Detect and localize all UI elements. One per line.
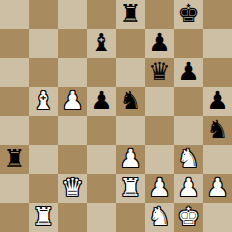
square-a7[interactable] [0,29,29,58]
piece-black-knight[interactable]: ♞ [119,87,141,115]
square-a3[interactable]: ♜ [0,145,29,174]
square-h4[interactable]: ♞ [203,116,232,145]
square-g6[interactable]: ♟ [174,58,203,87]
piece-white-pawn[interactable]: ♟ [119,145,141,173]
square-c1[interactable] [58,203,87,232]
square-b1[interactable]: ♜ [29,203,58,232]
square-c6[interactable] [58,58,87,87]
square-d2[interactable] [87,174,116,203]
piece-black-pawn[interactable]: ♟ [90,87,112,115]
square-b3[interactable] [29,145,58,174]
piece-black-pawn[interactable]: ♟ [177,58,199,86]
piece-black-pawn[interactable]: ♟ [206,87,228,115]
piece-black-king[interactable]: ♚ [177,0,199,28]
square-h7[interactable] [203,29,232,58]
square-d6[interactable] [87,58,116,87]
square-c4[interactable] [58,116,87,145]
square-c2[interactable]: ♛ [58,174,87,203]
square-a8[interactable] [0,0,29,29]
square-b5[interactable]: ♝ [29,87,58,116]
square-g3[interactable]: ♞ [174,145,203,174]
square-b6[interactable] [29,58,58,87]
square-a5[interactable] [0,87,29,116]
square-d5[interactable]: ♟ [87,87,116,116]
square-e1[interactable] [116,203,145,232]
piece-black-rook[interactable]: ♜ [3,145,25,173]
square-f4[interactable] [145,116,174,145]
square-e8[interactable]: ♜ [116,0,145,29]
square-d8[interactable] [87,0,116,29]
square-e7[interactable] [116,29,145,58]
square-e4[interactable] [116,116,145,145]
piece-white-knight[interactable]: ♞ [177,145,199,173]
piece-white-rook[interactable]: ♜ [32,203,54,231]
square-g8[interactable]: ♚ [174,0,203,29]
square-d3[interactable] [87,145,116,174]
square-c8[interactable] [58,0,87,29]
square-e2[interactable]: ♜ [116,174,145,203]
square-g7[interactable] [174,29,203,58]
square-c5[interactable]: ♟ [58,87,87,116]
piece-black-knight[interactable]: ♞ [206,116,228,144]
square-h3[interactable] [203,145,232,174]
square-b7[interactable] [29,29,58,58]
square-c7[interactable] [58,29,87,58]
square-a4[interactable] [0,116,29,145]
piece-white-rook[interactable]: ♜ [119,174,141,202]
square-g4[interactable] [174,116,203,145]
square-a1[interactable] [0,203,29,232]
square-f3[interactable] [145,145,174,174]
square-f8[interactable] [145,0,174,29]
square-f6[interactable]: ♛ [145,58,174,87]
square-e6[interactable] [116,58,145,87]
square-h2[interactable]: ♟ [203,174,232,203]
piece-white-pawn[interactable]: ♟ [61,87,83,115]
piece-white-pawn[interactable]: ♟ [177,174,199,202]
square-e3[interactable]: ♟ [116,145,145,174]
square-b4[interactable] [29,116,58,145]
square-f1[interactable]: ♞ [145,203,174,232]
piece-white-bishop[interactable]: ♝ [32,87,54,115]
square-a6[interactable] [0,58,29,87]
piece-black-queen[interactable]: ♛ [148,58,170,86]
piece-white-pawn[interactable]: ♟ [206,174,228,202]
square-c3[interactable] [58,145,87,174]
square-g2[interactable]: ♟ [174,174,203,203]
square-h5[interactable]: ♟ [203,87,232,116]
square-g1[interactable]: ♚ [174,203,203,232]
chess-board: ♜♚♝♟♛♟♝♟♟♞♟♞♜♟♞♛♜♟♟♟♜♞♚ [0,0,232,232]
square-b2[interactable] [29,174,58,203]
square-d4[interactable] [87,116,116,145]
square-h8[interactable] [203,0,232,29]
square-e5[interactable]: ♞ [116,87,145,116]
piece-black-rook[interactable]: ♜ [119,0,141,28]
piece-white-king[interactable]: ♚ [177,203,199,231]
square-h6[interactable] [203,58,232,87]
square-f5[interactable] [145,87,174,116]
square-b8[interactable] [29,0,58,29]
square-g5[interactable] [174,87,203,116]
piece-white-pawn[interactable]: ♟ [148,174,170,202]
piece-black-pawn[interactable]: ♟ [148,29,170,57]
square-d7[interactable]: ♝ [87,29,116,58]
piece-black-bishop[interactable]: ♝ [90,29,112,57]
piece-white-queen[interactable]: ♛ [61,174,83,202]
square-d1[interactable] [87,203,116,232]
square-a2[interactable] [0,174,29,203]
square-h1[interactable] [203,203,232,232]
square-f7[interactable]: ♟ [145,29,174,58]
square-f2[interactable]: ♟ [145,174,174,203]
piece-white-knight[interactable]: ♞ [148,203,170,231]
